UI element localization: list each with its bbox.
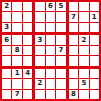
sudoku-cell-r2c3[interactable] bbox=[23, 12, 32, 21]
sudoku-cell-r4c2[interactable] bbox=[12, 35, 21, 44]
sudoku-cell-r6c2[interactable] bbox=[12, 56, 21, 65]
sudoku-cell-r5c7[interactable] bbox=[69, 46, 78, 55]
sudoku-cell-r4c7[interactable] bbox=[69, 35, 78, 44]
sudoku-cell-r2c4[interactable] bbox=[35, 12, 44, 21]
sudoku-cell-r3c3[interactable] bbox=[23, 23, 32, 32]
sudoku-box: 68 bbox=[2, 35, 32, 65]
sudoku-cell-r9c8[interactable] bbox=[79, 90, 88, 99]
sudoku-box: 23 bbox=[2, 2, 32, 32]
sudoku-cell-r8c1[interactable] bbox=[2, 79, 11, 88]
sudoku-cell-r5c9[interactable] bbox=[90, 46, 99, 55]
sudoku-cell-r1c2[interactable] bbox=[12, 2, 21, 11]
sudoku-cell-r4c6[interactable] bbox=[56, 35, 65, 44]
sudoku-cell-r6c3[interactable] bbox=[23, 56, 32, 65]
sudoku-cell-r1c1[interactable]: 2 bbox=[2, 2, 11, 11]
sudoku-cell-r2c2[interactable] bbox=[12, 12, 21, 21]
sudoku-cell-r7c8[interactable] bbox=[79, 69, 88, 78]
sudoku-cell-r9c5[interactable] bbox=[46, 90, 55, 99]
sudoku-cell-r3c8[interactable] bbox=[79, 23, 88, 32]
sudoku-cell-r1c8[interactable] bbox=[79, 2, 88, 11]
sudoku-cell-r9c2[interactable]: 7 bbox=[12, 90, 21, 99]
sudoku-box: 65 bbox=[35, 2, 65, 32]
sudoku-cell-r7c2[interactable]: 1 bbox=[12, 69, 21, 78]
sudoku-cell-r1c6[interactable]: 5 bbox=[56, 2, 65, 11]
sudoku-cell-r3c4[interactable] bbox=[35, 23, 44, 32]
sudoku-cell-r7c9[interactable] bbox=[90, 69, 99, 78]
sudoku-cell-r1c4[interactable] bbox=[35, 2, 44, 11]
sudoku-cell-r6c5[interactable] bbox=[46, 56, 55, 65]
sudoku-board: 23657168372147258 bbox=[0, 0, 101, 101]
sudoku-cell-r9c9[interactable] bbox=[90, 90, 99, 99]
sudoku-cell-r6c4[interactable] bbox=[35, 56, 44, 65]
sudoku-cell-r4c1[interactable]: 6 bbox=[2, 35, 11, 44]
sudoku-cell-r8c4[interactable]: 2 bbox=[35, 79, 44, 88]
sudoku-cell-r5c2[interactable]: 8 bbox=[12, 46, 21, 55]
sudoku-cell-r7c1[interactable] bbox=[2, 69, 11, 78]
sudoku-cell-r7c3[interactable]: 4 bbox=[23, 69, 32, 78]
sudoku-cell-r7c7[interactable] bbox=[69, 69, 78, 78]
sudoku-cell-r3c9[interactable] bbox=[90, 23, 99, 32]
sudoku-cell-r3c6[interactable] bbox=[56, 23, 65, 32]
sudoku-cell-r7c6[interactable] bbox=[56, 69, 65, 78]
sudoku-cell-r9c3[interactable] bbox=[23, 90, 32, 99]
sudoku-cell-r1c7[interactable] bbox=[69, 2, 78, 11]
sudoku-cell-r3c1[interactable]: 3 bbox=[2, 23, 11, 32]
sudoku-box: 147 bbox=[2, 69, 32, 99]
sudoku-cell-r1c5[interactable]: 6 bbox=[46, 2, 55, 11]
sudoku-cell-r6c8[interactable] bbox=[79, 56, 88, 65]
sudoku-cell-r7c4[interactable] bbox=[35, 69, 44, 78]
sudoku-cell-r4c5[interactable] bbox=[46, 35, 55, 44]
sudoku-box: 2 bbox=[69, 35, 99, 65]
sudoku-cell-r6c7[interactable] bbox=[69, 56, 78, 65]
sudoku-cell-r5c4[interactable] bbox=[35, 46, 44, 55]
sudoku-cell-r3c7[interactable] bbox=[69, 23, 78, 32]
sudoku-cell-r8c6[interactable] bbox=[56, 79, 65, 88]
sudoku-cell-r8c5[interactable] bbox=[46, 79, 55, 88]
sudoku-box: 2 bbox=[35, 69, 65, 99]
sudoku-cell-r2c5[interactable] bbox=[46, 12, 55, 21]
sudoku-cell-r5c5[interactable] bbox=[46, 46, 55, 55]
sudoku-cell-r2c8[interactable] bbox=[79, 12, 88, 21]
sudoku-cell-r8c7[interactable] bbox=[69, 79, 78, 88]
sudoku-cell-r2c1[interactable] bbox=[2, 12, 11, 21]
sudoku-cell-r8c8[interactable]: 5 bbox=[79, 79, 88, 88]
sudoku-cell-r9c6[interactable] bbox=[56, 90, 65, 99]
sudoku-cell-r4c3[interactable] bbox=[23, 35, 32, 44]
sudoku-cell-r4c8[interactable]: 2 bbox=[79, 35, 88, 44]
sudoku-cell-r5c6[interactable]: 7 bbox=[56, 46, 65, 55]
sudoku-cell-r9c1[interactable] bbox=[2, 90, 11, 99]
sudoku-cell-r8c2[interactable] bbox=[12, 79, 21, 88]
sudoku-cell-r2c9[interactable]: 1 bbox=[90, 12, 99, 21]
sudoku-box: 58 bbox=[69, 69, 99, 99]
sudoku-cell-r6c9[interactable] bbox=[90, 56, 99, 65]
sudoku-cell-r4c9[interactable] bbox=[90, 35, 99, 44]
sudoku-cell-r9c4[interactable] bbox=[35, 90, 44, 99]
sudoku-cell-r6c1[interactable] bbox=[2, 56, 11, 65]
sudoku-cell-r2c7[interactable]: 7 bbox=[69, 12, 78, 21]
sudoku-cell-r3c5[interactable] bbox=[46, 23, 55, 32]
sudoku-cell-r4c4[interactable]: 3 bbox=[35, 35, 44, 44]
sudoku-cell-r1c9[interactable] bbox=[90, 2, 99, 11]
sudoku-cell-r5c1[interactable] bbox=[2, 46, 11, 55]
sudoku-cell-r5c3[interactable] bbox=[23, 46, 32, 55]
sudoku-cell-r6c6[interactable] bbox=[56, 56, 65, 65]
sudoku-cell-r8c3[interactable] bbox=[23, 79, 32, 88]
sudoku-box: 71 bbox=[69, 2, 99, 32]
sudoku-box: 37 bbox=[35, 35, 65, 65]
sudoku-cell-r8c9[interactable] bbox=[90, 79, 99, 88]
sudoku-cell-r9c7[interactable]: 8 bbox=[69, 90, 78, 99]
sudoku-cell-r7c5[interactable] bbox=[46, 69, 55, 78]
sudoku-cell-r5c8[interactable] bbox=[79, 46, 88, 55]
sudoku-cell-r2c6[interactable] bbox=[56, 12, 65, 21]
sudoku-cell-r3c2[interactable] bbox=[12, 23, 21, 32]
sudoku-cell-r1c3[interactable] bbox=[23, 2, 32, 11]
